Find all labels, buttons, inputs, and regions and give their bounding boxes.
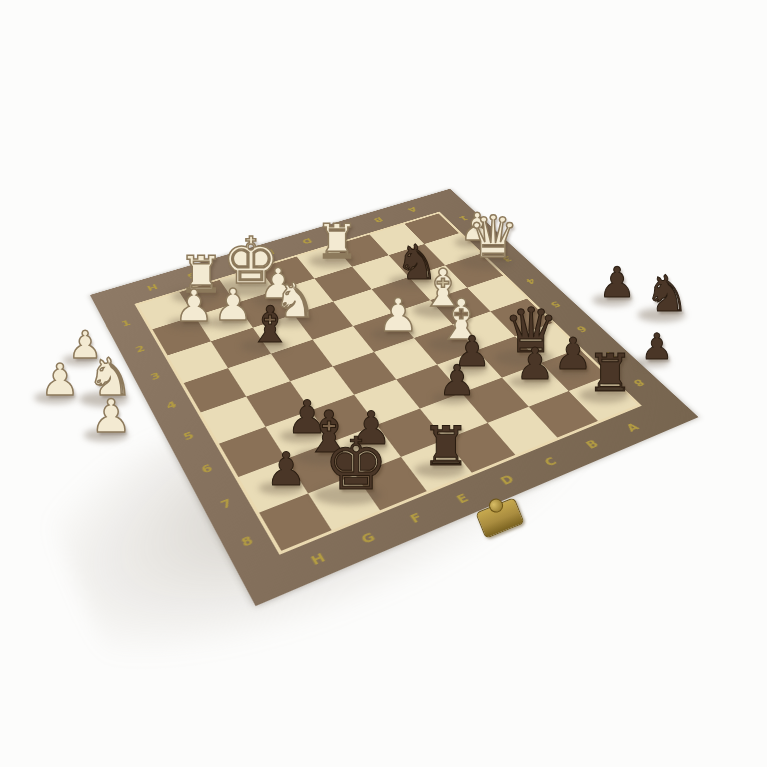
captured-black-pawn-1[interactable]: ♟: [598, 262, 636, 304]
scene: HGFEDCBA HGFEDCBA 12345678 12345678 ♜♟♟♚…: [0, 0, 767, 767]
piece-white-rook-d1[interactable]: ♜: [315, 217, 358, 265]
captured-white-pawn-4[interactable]: ♟: [90, 393, 131, 439]
piece-black-rook-a8[interactable]: ♜: [587, 347, 634, 399]
piece-black-bishop-g3[interactable]: ♝: [248, 300, 293, 350]
piece-black-pawn-h7[interactable]: ♟: [265, 446, 306, 492]
captured-black-knight-2[interactable]: ♞: [645, 269, 690, 319]
piece-black-king-f8[interactable]: ♚: [324, 428, 389, 500]
piece-black-rook-d8[interactable]: ♜: [422, 420, 470, 474]
piece-white-queen-a3[interactable]: ♛: [467, 208, 519, 266]
piece-white-pawn-h2[interactable]: ♟: [174, 284, 213, 328]
captured-black-pawn-3[interactable]: ♟: [641, 329, 673, 365]
piece-black-pawn-b7[interactable]: ♟: [515, 342, 554, 386]
piece-white-pawn-d4[interactable]: ♟: [377, 292, 418, 338]
captured-white-pawn-2[interactable]: ♟: [40, 358, 79, 402]
piece-black-pawn-d7[interactable]: ♟: [438, 360, 476, 402]
